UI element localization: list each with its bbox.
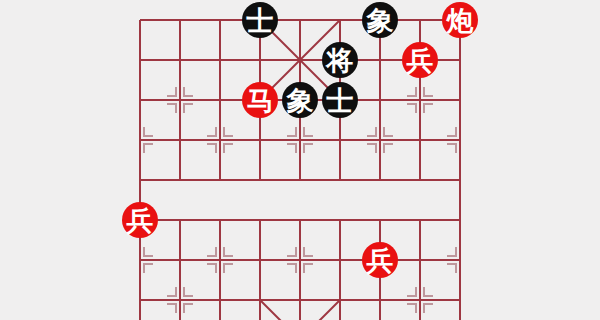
point-5-1[interactable]: 将	[320, 40, 360, 80]
point-6-0[interactable]: 象	[360, 0, 400, 40]
point-1-6[interactable]	[160, 240, 200, 280]
board-points: 士象炮将兵马象士兵兵	[120, 0, 480, 320]
piece-black-elephant[interactable]: 象	[282, 82, 318, 118]
point-4-6[interactable]	[280, 240, 320, 280]
point-6-2[interactable]	[360, 80, 400, 120]
point-5-7[interactable]	[320, 280, 360, 320]
point-3-7[interactable]	[240, 280, 280, 320]
piece-black-advisor[interactable]: 士	[322, 82, 358, 118]
point-5-0[interactable]	[320, 0, 360, 40]
point-8-2[interactable]	[440, 80, 480, 120]
point-7-2[interactable]	[400, 80, 440, 120]
point-3-0[interactable]: 士	[240, 0, 280, 40]
point-4-7[interactable]	[280, 280, 320, 320]
xiangqi-board-area: 士象炮将兵马象士兵兵	[0, 0, 600, 320]
point-1-5[interactable]	[160, 200, 200, 240]
point-3-4[interactable]	[240, 160, 280, 200]
point-2-4[interactable]	[200, 160, 240, 200]
point-0-1[interactable]	[120, 40, 160, 80]
point-0-4[interactable]	[120, 160, 160, 200]
point-7-5[interactable]	[400, 200, 440, 240]
point-1-1[interactable]	[160, 40, 200, 80]
point-0-6[interactable]	[120, 240, 160, 280]
point-0-5[interactable]: 兵	[120, 200, 160, 240]
point-8-1[interactable]	[440, 40, 480, 80]
point-4-1[interactable]	[280, 40, 320, 80]
piece-red-cannon[interactable]: 炮	[442, 2, 478, 38]
piece-black-elephant[interactable]: 象	[362, 2, 398, 38]
point-6-7[interactable]	[360, 280, 400, 320]
point-5-2[interactable]: 士	[320, 80, 360, 120]
point-7-7[interactable]	[400, 280, 440, 320]
point-8-3[interactable]	[440, 120, 480, 160]
point-2-1[interactable]	[200, 40, 240, 80]
point-5-4[interactable]	[320, 160, 360, 200]
point-6-3[interactable]	[360, 120, 400, 160]
point-0-0[interactable]	[120, 0, 160, 40]
point-5-3[interactable]	[320, 120, 360, 160]
point-3-1[interactable]	[240, 40, 280, 80]
point-6-5[interactable]	[360, 200, 400, 240]
point-7-4[interactable]	[400, 160, 440, 200]
piece-black-advisor[interactable]: 士	[242, 2, 278, 38]
point-4-2[interactable]: 象	[280, 80, 320, 120]
point-1-7[interactable]	[160, 280, 200, 320]
piece-black-general[interactable]: 将	[322, 42, 358, 78]
point-6-1[interactable]	[360, 40, 400, 80]
point-1-0[interactable]	[160, 0, 200, 40]
point-5-5[interactable]	[320, 200, 360, 240]
piece-red-horse[interactable]: 马	[242, 82, 278, 118]
point-3-6[interactable]	[240, 240, 280, 280]
point-5-6[interactable]	[320, 240, 360, 280]
point-3-3[interactable]	[240, 120, 280, 160]
point-8-5[interactable]	[440, 200, 480, 240]
point-2-3[interactable]	[200, 120, 240, 160]
point-8-0[interactable]: 炮	[440, 0, 480, 40]
point-4-3[interactable]	[280, 120, 320, 160]
point-8-6[interactable]	[440, 240, 480, 280]
point-0-2[interactable]	[120, 80, 160, 120]
piece-red-soldier[interactable]: 兵	[402, 42, 438, 78]
point-1-2[interactable]	[160, 80, 200, 120]
point-2-6[interactable]	[200, 240, 240, 280]
point-8-4[interactable]	[440, 160, 480, 200]
point-1-3[interactable]	[160, 120, 200, 160]
point-0-3[interactable]	[120, 120, 160, 160]
point-4-0[interactable]	[280, 0, 320, 40]
point-2-7[interactable]	[200, 280, 240, 320]
point-6-6[interactable]: 兵	[360, 240, 400, 280]
point-2-5[interactable]	[200, 200, 240, 240]
point-2-2[interactable]	[200, 80, 240, 120]
piece-red-soldier[interactable]: 兵	[122, 202, 158, 238]
piece-red-soldier[interactable]: 兵	[362, 242, 398, 278]
point-7-0[interactable]	[400, 0, 440, 40]
point-3-2[interactable]: 马	[240, 80, 280, 120]
point-2-0[interactable]	[200, 0, 240, 40]
point-7-1[interactable]: 兵	[400, 40, 440, 80]
point-4-5[interactable]	[280, 200, 320, 240]
point-0-7[interactable]	[120, 280, 160, 320]
point-3-5[interactable]	[240, 200, 280, 240]
point-6-4[interactable]	[360, 160, 400, 200]
point-7-3[interactable]	[400, 120, 440, 160]
point-7-6[interactable]	[400, 240, 440, 280]
point-8-7[interactable]	[440, 280, 480, 320]
point-1-4[interactable]	[160, 160, 200, 200]
point-4-4[interactable]	[280, 160, 320, 200]
